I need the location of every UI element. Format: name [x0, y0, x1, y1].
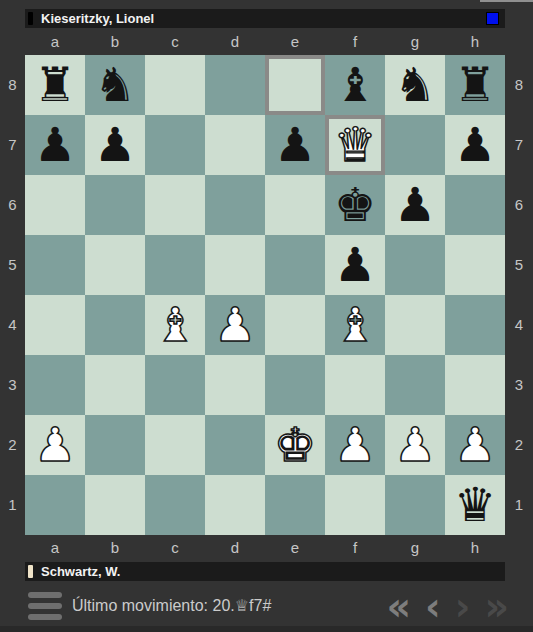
file-label-c: c [145, 29, 205, 55]
menu-icon[interactable] [28, 592, 62, 620]
file-labels-top: abcdefgh [25, 29, 505, 55]
black-rook[interactable]: ♜ [454, 55, 496, 115]
black-knight[interactable]: ♞ [394, 55, 436, 115]
chess-app-window: Kieseritzky, Lionel abcdefgh 87654321 ♜♞… [0, 0, 533, 632]
square-d7[interactable] [205, 115, 265, 175]
square-h8[interactable]: ♜ [445, 55, 505, 115]
bottom-player-bar: Schwartz, W. [25, 562, 505, 581]
square-h1[interactable]: ♛ [445, 475, 505, 535]
square-b5[interactable] [85, 235, 145, 295]
black-pawn[interactable]: ♟ [454, 115, 496, 175]
nav-first-button[interactable]: « [387, 586, 412, 626]
square-g7[interactable] [385, 115, 445, 175]
square-e3[interactable] [265, 355, 325, 415]
file-label-b: b [85, 29, 145, 55]
square-a4[interactable] [25, 295, 85, 355]
square-a2[interactable]: ♟ [25, 415, 85, 475]
nav-next-button: › [455, 586, 471, 626]
square-f6[interactable]: ♚ [325, 175, 385, 235]
square-f7[interactable]: ♛ [325, 115, 385, 175]
file-label-a: a [25, 535, 85, 561]
square-f4[interactable]: ♝ [325, 295, 385, 355]
square-d4[interactable]: ♟ [205, 295, 265, 355]
white-bishop[interactable]: ♝ [154, 295, 196, 355]
top-player-name: Kieseritzky, Lionel [41, 11, 154, 26]
square-f8[interactable]: ♝ [325, 55, 385, 115]
rank-label-6: 6 [505, 175, 533, 235]
rank-label-5: 5 [0, 235, 25, 295]
square-g6[interactable]: ♟ [385, 175, 445, 235]
rank-label-7: 7 [0, 115, 25, 175]
square-c5[interactable] [145, 235, 205, 295]
square-h7[interactable]: ♟ [445, 115, 505, 175]
square-f5[interactable]: ♟ [325, 235, 385, 295]
file-label-d: d [205, 535, 265, 561]
file-label-g: g [385, 29, 445, 55]
rank-label-8: 8 [0, 55, 25, 115]
square-h5[interactable] [445, 235, 505, 295]
nav-last-button: » [484, 586, 509, 626]
square-b3[interactable] [85, 355, 145, 415]
rank-labels-left: 87654321 [0, 55, 25, 535]
file-label-e: e [265, 29, 325, 55]
rank-labels-right: 87654321 [505, 55, 533, 535]
square-e1[interactable] [265, 475, 325, 535]
white-side-indicator [28, 565, 33, 578]
file-label-g: g [385, 535, 445, 561]
square-d3[interactable] [205, 355, 265, 415]
white-pawn[interactable]: ♟ [34, 415, 76, 475]
square-g5[interactable] [385, 235, 445, 295]
white-queen[interactable]: ♛ [334, 115, 376, 175]
square-e2[interactable]: ♚ [265, 415, 325, 475]
file-label-d: d [205, 29, 265, 55]
menu-bar-3 [28, 614, 62, 620]
square-c7[interactable] [145, 115, 205, 175]
rank-label-8: 8 [505, 55, 533, 115]
square-e8[interactable] [265, 55, 325, 115]
black-pawn[interactable]: ♟ [94, 115, 136, 175]
square-g1[interactable] [385, 475, 445, 535]
move-navigation: «‹›» [387, 587, 509, 625]
square-f3[interactable] [325, 355, 385, 415]
white-pawn[interactable]: ♟ [454, 415, 496, 475]
square-a3[interactable] [25, 355, 85, 415]
square-f1[interactable] [325, 475, 385, 535]
square-g4[interactable] [385, 295, 445, 355]
chess-board: ♜♞♝♞♜♟♟♟♛♟♚♟♟♝♟♝♟♚♟♟♟♛ [25, 55, 505, 535]
square-a1[interactable] [25, 475, 85, 535]
menu-bar-1 [28, 592, 62, 598]
file-label-f: f [325, 535, 385, 561]
square-b6[interactable] [85, 175, 145, 235]
rank-label-4: 4 [505, 295, 533, 355]
square-a6[interactable] [25, 175, 85, 235]
rank-label-4: 4 [0, 295, 25, 355]
file-label-b: b [85, 535, 145, 561]
white-pawn[interactable]: ♟ [214, 295, 256, 355]
square-h4[interactable] [445, 295, 505, 355]
rank-label-6: 6 [0, 175, 25, 235]
black-bishop[interactable]: ♝ [334, 55, 376, 115]
square-b2[interactable] [85, 415, 145, 475]
square-h6[interactable] [445, 175, 505, 235]
rank-label-2: 2 [505, 415, 533, 475]
square-c3[interactable] [145, 355, 205, 415]
square-e7[interactable]: ♟ [265, 115, 325, 175]
rank-label-1: 1 [505, 475, 533, 535]
square-b1[interactable] [85, 475, 145, 535]
black-queen[interactable]: ♛ [454, 475, 496, 535]
square-g2[interactable]: ♟ [385, 415, 445, 475]
top-player-bar: Kieseritzky, Lionel [25, 9, 505, 28]
rank-label-7: 7 [505, 115, 533, 175]
square-e5[interactable] [265, 235, 325, 295]
white-king[interactable]: ♚ [274, 415, 316, 475]
square-d6[interactable] [205, 175, 265, 235]
status-bar: Último movimiento: 20.♕f7# «‹›» [0, 585, 533, 626]
rank-label-2: 2 [0, 415, 25, 475]
square-g8[interactable]: ♞ [385, 55, 445, 115]
square-b8[interactable]: ♞ [85, 55, 145, 115]
square-h2[interactable]: ♟ [445, 415, 505, 475]
black-rook[interactable]: ♜ [34, 55, 76, 115]
black-pawn[interactable]: ♟ [394, 175, 436, 235]
black-pawn[interactable]: ♟ [334, 235, 376, 295]
menu-bar-2 [28, 603, 62, 609]
black-knight[interactable]: ♞ [94, 55, 136, 115]
top-edge-divider [480, 0, 533, 2]
square-h3[interactable] [445, 355, 505, 415]
file-label-h: h [445, 29, 505, 55]
square-a8[interactable]: ♜ [25, 55, 85, 115]
white-bishop[interactable]: ♝ [334, 295, 376, 355]
square-g3[interactable] [385, 355, 445, 415]
square-a5[interactable] [25, 235, 85, 295]
square-d8[interactable] [205, 55, 265, 115]
bottom-edge-strip [0, 626, 533, 632]
rank-label-3: 3 [0, 355, 25, 415]
rank-label-1: 1 [0, 475, 25, 535]
square-c8[interactable] [145, 55, 205, 115]
square-d5[interactable] [205, 235, 265, 295]
square-e6[interactable] [265, 175, 325, 235]
file-label-c: c [145, 535, 205, 561]
rank-label-3: 3 [505, 355, 533, 415]
black-king[interactable]: ♚ [334, 175, 376, 235]
black-side-indicator [28, 12, 33, 25]
square-c2[interactable] [145, 415, 205, 475]
white-pawn[interactable]: ♟ [334, 415, 376, 475]
square-b4[interactable] [85, 295, 145, 355]
file-label-e: e [265, 535, 325, 561]
file-label-h: h [445, 535, 505, 561]
square-d1[interactable] [205, 475, 265, 535]
square-c4[interactable]: ♝ [145, 295, 205, 355]
white-pawn[interactable]: ♟ [394, 415, 436, 475]
square-c1[interactable] [145, 475, 205, 535]
black-pawn[interactable]: ♟ [274, 115, 316, 175]
bottom-player-name: Schwartz, W. [41, 564, 120, 579]
black-pawn[interactable]: ♟ [34, 115, 76, 175]
square-d2[interactable] [205, 415, 265, 475]
square-e4[interactable] [265, 295, 325, 355]
square-b7[interactable]: ♟ [85, 115, 145, 175]
square-a7[interactable]: ♟ [25, 115, 85, 175]
rank-label-5: 5 [505, 235, 533, 295]
file-label-a: a [25, 29, 85, 55]
file-label-f: f [325, 29, 385, 55]
blue-square-indicator [486, 12, 499, 25]
square-f2[interactable]: ♟ [325, 415, 385, 475]
file-labels-bottom: abcdefgh [25, 535, 505, 561]
square-c6[interactable] [145, 175, 205, 235]
last-move-text: Último movimiento: 20.♕f7# [72, 596, 271, 615]
nav-prev-button[interactable]: ‹ [425, 586, 441, 626]
